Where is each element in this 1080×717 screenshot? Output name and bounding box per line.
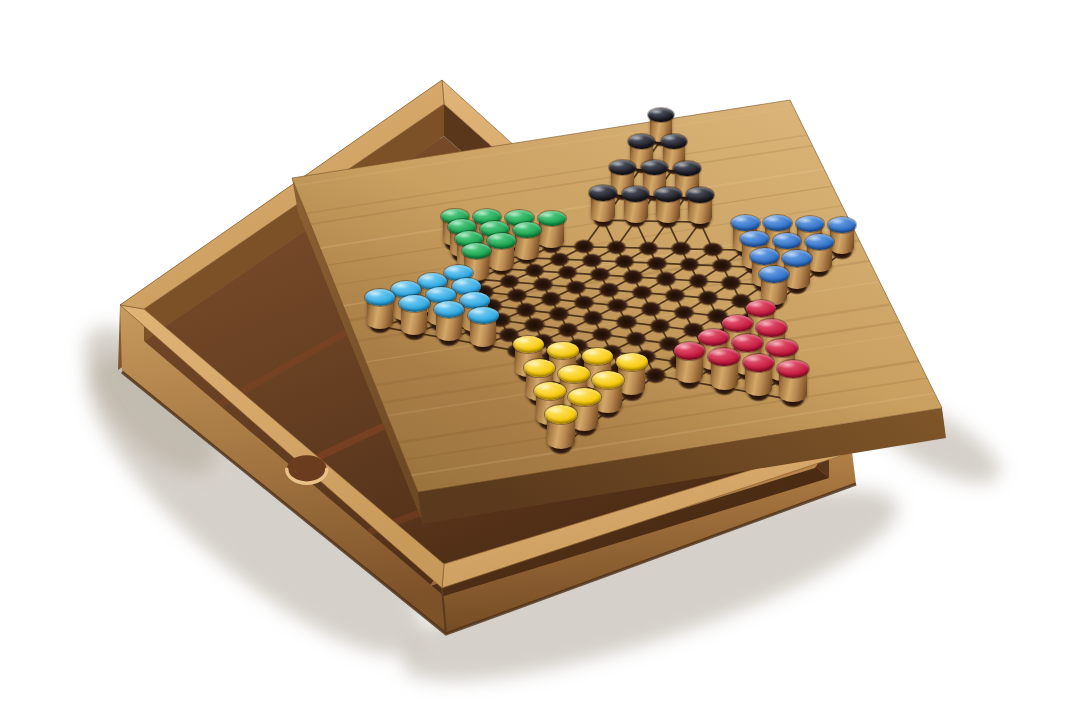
board-hole[interactable] (582, 310, 605, 326)
board-hole[interactable] (646, 256, 668, 271)
chinese-checkers-product-photo (0, 0, 1080, 717)
peg-colored-top (750, 248, 779, 264)
peg-black[interactable] (654, 187, 682, 224)
board-hole[interactable] (631, 285, 653, 301)
peg-light-blue[interactable] (399, 295, 429, 335)
board-hole[interactable] (606, 240, 628, 255)
board-hole[interactable] (606, 298, 628, 314)
board-hole[interactable] (720, 275, 742, 290)
peg-colored-top (796, 216, 825, 232)
peg-colored-top (763, 215, 792, 231)
peg-light-blue[interactable] (365, 289, 395, 329)
board-hole[interactable] (640, 301, 662, 317)
peg-colored-top (674, 342, 705, 360)
board-hole[interactable] (625, 331, 648, 347)
peg-colored-top (673, 161, 700, 176)
peg-colored-top (743, 354, 775, 372)
peg-colored-top (731, 215, 760, 231)
board-hole[interactable] (598, 282, 620, 297)
peg-light-blue[interactable] (468, 307, 499, 347)
peg-colored-top (759, 266, 789, 283)
peg-red[interactable] (708, 348, 740, 390)
board-hole[interactable] (557, 322, 580, 338)
board-hole[interactable] (622, 269, 644, 284)
peg-colored-top (616, 353, 648, 371)
peg-colored-top (708, 348, 740, 366)
peg-black[interactable] (686, 187, 714, 224)
peg-colored-top (434, 301, 465, 318)
board-hole[interactable] (532, 277, 554, 292)
peg-light-blue[interactable] (434, 301, 465, 341)
peg-colored-top (468, 307, 499, 324)
board-hole[interactable] (565, 280, 587, 295)
peg-black[interactable] (622, 186, 650, 223)
peg-colored-top (589, 185, 617, 201)
peg-colored-top (628, 134, 655, 149)
peg-colored-top (513, 336, 544, 354)
board-hole[interactable] (548, 306, 570, 322)
board-hole[interactable] (615, 314, 638, 330)
peg-green[interactable] (487, 233, 516, 271)
peg-colored-top (462, 243, 491, 259)
board-hole[interactable] (515, 302, 537, 318)
peg-colored-top (592, 371, 624, 389)
peg-colored-top (547, 342, 578, 360)
peg-colored-top (558, 365, 590, 383)
board-hole[interactable] (581, 253, 603, 268)
peg-black[interactable] (589, 185, 617, 222)
board-hole[interactable] (638, 241, 660, 256)
peg-colored-top (805, 234, 834, 250)
peg-colored-top (524, 359, 556, 377)
peg-colored-top (777, 360, 809, 378)
peg-colored-top (487, 233, 516, 249)
board-hole[interactable] (702, 242, 724, 257)
peg-colored-top (365, 289, 395, 306)
peg-green[interactable] (513, 222, 542, 260)
peg-colored-top (622, 186, 650, 202)
board-hole[interactable] (540, 291, 562, 307)
peg-red[interactable] (743, 354, 775, 396)
peg-colored-top (582, 348, 614, 366)
board-hole[interactable] (664, 288, 686, 304)
peg-red[interactable] (777, 360, 809, 402)
peg-colored-top (513, 222, 542, 238)
peg-colored-top (782, 250, 811, 266)
board-hole[interactable] (688, 273, 710, 288)
board-hole[interactable] (697, 290, 719, 306)
peg-yellow[interactable] (545, 405, 578, 448)
peg-colored-top (609, 160, 636, 175)
peg-colored-top (399, 295, 429, 312)
board-hole[interactable] (670, 241, 692, 256)
board-hole[interactable] (655, 271, 677, 286)
board-hole[interactable] (523, 317, 546, 333)
peg-red[interactable] (674, 342, 705, 383)
peg-colored-top (654, 187, 682, 203)
peg-colored-top (568, 388, 600, 406)
peg-colored-top (545, 405, 578, 423)
peg-colored-top (773, 233, 802, 249)
peg-colored-top (828, 217, 857, 233)
peg-green[interactable] (538, 211, 566, 249)
peg-colored-top (686, 187, 714, 203)
